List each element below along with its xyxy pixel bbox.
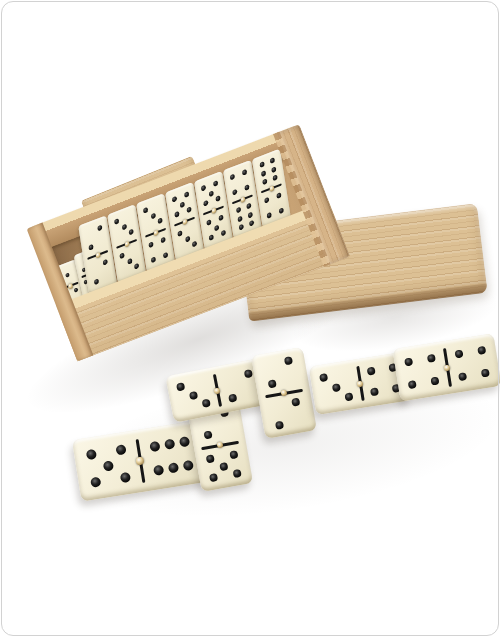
- pip: [292, 398, 301, 407]
- pip: [404, 357, 413, 366]
- spinner-pin: [213, 387, 220, 394]
- pip: [206, 454, 215, 463]
- pip: [319, 373, 328, 382]
- pip: [430, 377, 439, 386]
- pip: [189, 390, 198, 399]
- pip: [233, 469, 242, 478]
- pip: [344, 392, 353, 401]
- pip: [86, 449, 97, 460]
- pip: [229, 450, 238, 459]
- pip: [202, 399, 211, 408]
- pip: [168, 462, 179, 473]
- pip: [477, 346, 486, 355]
- pip: [481, 369, 490, 378]
- domino-4-4[interactable]: [392, 333, 500, 401]
- domino-2-2[interactable]: [251, 347, 317, 439]
- pip: [209, 473, 218, 482]
- pip: [153, 464, 164, 475]
- pip: [149, 441, 160, 452]
- pip: [408, 380, 417, 389]
- pip: [115, 444, 126, 455]
- pip: [219, 462, 228, 471]
- pip: [284, 356, 293, 365]
- dominoes-product-photo: [0, 0, 500, 637]
- pip: [458, 372, 467, 381]
- pip: [243, 369, 252, 378]
- domino-half-5: [72, 430, 145, 501]
- pip: [274, 420, 283, 429]
- pip: [164, 439, 175, 450]
- pip: [228, 394, 237, 403]
- pip: [367, 366, 376, 375]
- pip: [90, 477, 101, 488]
- domino-5-6[interactable]: [72, 420, 208, 501]
- pip: [267, 379, 276, 388]
- pip: [103, 460, 114, 471]
- domino-half-4: [443, 333, 500, 393]
- pip: [370, 387, 379, 396]
- pip: [183, 459, 194, 470]
- pip: [179, 436, 190, 447]
- pip: [176, 382, 185, 391]
- spinner-pin: [357, 380, 364, 387]
- pip: [203, 431, 212, 440]
- pip: [332, 383, 341, 392]
- loose-dominoes-area: [0, 0, 500, 637]
- pip: [455, 349, 464, 358]
- spinner-pin: [444, 364, 451, 371]
- pip: [119, 472, 130, 483]
- pip: [426, 354, 435, 363]
